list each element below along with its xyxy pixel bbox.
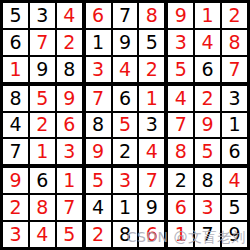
- cell-r6c7[interactable]: 8: [168, 139, 193, 164]
- cell-r2c3[interactable]: 2: [57, 30, 82, 55]
- cell-r5c8[interactable]: 9: [195, 113, 220, 138]
- cell-r8c1[interactable]: 2: [3, 195, 28, 220]
- cell-r5c9[interactable]: 1: [222, 113, 247, 138]
- cell-r8c5[interactable]: 1: [113, 195, 138, 220]
- cell-r1c7[interactable]: 9: [168, 3, 193, 28]
- cell-r7c7[interactable]: 2: [168, 168, 193, 193]
- box-4: 859426713: [3, 86, 82, 165]
- cell-r7c9[interactable]: 4: [222, 168, 247, 193]
- cell-r9c8[interactable]: 7: [195, 222, 220, 247]
- cell-r3c9[interactable]: 7: [222, 57, 247, 82]
- cell-r8c2[interactable]: 8: [30, 195, 55, 220]
- cell-r6c5[interactable]: 2: [113, 139, 138, 164]
- cell-r1c3[interactable]: 4: [57, 3, 82, 28]
- cell-r7c6[interactable]: 7: [139, 168, 164, 193]
- cell-r6c1[interactable]: 7: [3, 139, 28, 164]
- cell-r8c3[interactable]: 7: [57, 195, 82, 220]
- cell-r6c6[interactable]: 4: [139, 139, 164, 164]
- cell-r3c1[interactable]: 1: [3, 57, 28, 82]
- cell-r2c9[interactable]: 8: [222, 30, 247, 55]
- cell-r9c9[interactable]: 9: [222, 222, 247, 247]
- box-9: 284635179: [168, 168, 247, 247]
- cell-r3c2[interactable]: 9: [30, 57, 55, 82]
- cell-r9c7[interactable]: 1: [168, 222, 193, 247]
- cell-r6c8[interactable]: 5: [195, 139, 220, 164]
- box-8: 537419286: [86, 168, 165, 247]
- cell-r7c5[interactable]: 3: [113, 168, 138, 193]
- cell-r7c4[interactable]: 5: [86, 168, 111, 193]
- cell-r1c9[interactable]: 2: [222, 3, 247, 28]
- cell-r6c4[interactable]: 9: [86, 139, 111, 164]
- cell-r3c3[interactable]: 8: [57, 57, 82, 82]
- cell-r9c6[interactable]: 6: [139, 222, 164, 247]
- cell-r4c4[interactable]: 7: [86, 86, 111, 111]
- cell-r4c1[interactable]: 8: [3, 86, 28, 111]
- cell-r2c1[interactable]: 6: [3, 30, 28, 55]
- cell-r4c6[interactable]: 1: [139, 86, 164, 111]
- cell-r3c4[interactable]: 3: [86, 57, 111, 82]
- cell-r2c6[interactable]: 5: [139, 30, 164, 55]
- cell-r9c4[interactable]: 2: [86, 222, 111, 247]
- cell-r1c5[interactable]: 7: [113, 3, 138, 28]
- cell-r4c5[interactable]: 6: [113, 86, 138, 111]
- cell-r4c3[interactable]: 9: [57, 86, 82, 111]
- cell-r3c5[interactable]: 4: [113, 57, 138, 82]
- cell-r5c5[interactable]: 5: [113, 113, 138, 138]
- cell-r8c6[interactable]: 9: [139, 195, 164, 220]
- box-3: 912348567: [168, 3, 247, 82]
- cell-r4c2[interactable]: 5: [30, 86, 55, 111]
- cell-r9c3[interactable]: 5: [57, 222, 82, 247]
- cell-r4c9[interactable]: 3: [222, 86, 247, 111]
- cell-r4c7[interactable]: 4: [168, 86, 193, 111]
- cell-r5c2[interactable]: 2: [30, 113, 55, 138]
- cell-r1c2[interactable]: 3: [30, 3, 55, 28]
- box-2: 678195342: [86, 3, 165, 82]
- cell-r2c7[interactable]: 3: [168, 30, 193, 55]
- box-6: 423791856: [168, 86, 247, 165]
- cell-r5c6[interactable]: 3: [139, 113, 164, 138]
- cell-r9c5[interactable]: 8: [113, 222, 138, 247]
- cell-r3c8[interactable]: 6: [195, 57, 220, 82]
- cell-r3c6[interactable]: 2: [139, 57, 164, 82]
- box-7: 961287345: [3, 168, 82, 247]
- cell-r8c7[interactable]: 6: [168, 195, 193, 220]
- cell-r1c8[interactable]: 1: [195, 3, 220, 28]
- cell-r7c2[interactable]: 6: [30, 168, 55, 193]
- cell-r6c9[interactable]: 6: [222, 139, 247, 164]
- cell-r3c7[interactable]: 5: [168, 57, 193, 82]
- cell-r2c8[interactable]: 4: [195, 30, 220, 55]
- cell-r2c4[interactable]: 1: [86, 30, 111, 55]
- cell-r2c2[interactable]: 7: [30, 30, 55, 55]
- cell-r5c3[interactable]: 6: [57, 113, 82, 138]
- cell-r9c2[interactable]: 4: [30, 222, 55, 247]
- cell-r1c1[interactable]: 5: [3, 3, 28, 28]
- cell-r8c4[interactable]: 4: [86, 195, 111, 220]
- cell-r8c9[interactable]: 5: [222, 195, 247, 220]
- cell-r2c5[interactable]: 9: [113, 30, 138, 55]
- cell-r5c1[interactable]: 4: [3, 113, 28, 138]
- box-5: 761853924: [86, 86, 165, 165]
- cell-r4c8[interactable]: 2: [195, 86, 220, 111]
- cell-r7c1[interactable]: 9: [3, 168, 28, 193]
- cell-r5c7[interactable]: 7: [168, 113, 193, 138]
- cell-r8c8[interactable]: 3: [195, 195, 220, 220]
- box-1: 534672198: [3, 3, 82, 82]
- sudoku-board: 5346721986781953429123485678594267137618…: [0, 0, 250, 250]
- cell-r6c3[interactable]: 3: [57, 139, 82, 164]
- cell-r1c4[interactable]: 6: [86, 3, 111, 28]
- cell-r7c8[interactable]: 8: [195, 168, 220, 193]
- cell-r9c1[interactable]: 3: [3, 222, 28, 247]
- cell-r7c3[interactable]: 1: [57, 168, 82, 193]
- cell-r1c6[interactable]: 8: [139, 3, 164, 28]
- cell-r5c4[interactable]: 8: [86, 113, 111, 138]
- cell-r6c2[interactable]: 1: [30, 139, 55, 164]
